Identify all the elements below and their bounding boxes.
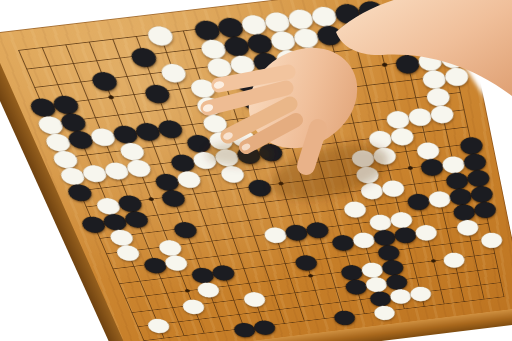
star-point (430, 259, 435, 263)
black-stone: ● (256, 141, 283, 160)
star-point (381, 62, 387, 67)
white-stone: ● (162, 252, 189, 270)
white-stone: ● (372, 303, 396, 319)
star-point (407, 166, 413, 170)
go-board: ●●●●●●●●●●●●●●●●●●●●●●●●●●●●●●●●●●●●●●●●… (0, 0, 512, 341)
black-stone: ● (88, 68, 118, 89)
white-stone: ● (302, 62, 330, 83)
white-stone: ● (380, 177, 406, 196)
photo-scene: ●●●●●●●●●●●●●●●●●●●●●●●●●●●●●●●●●●●●●●●●… (0, 0, 512, 341)
white-stone: ● (341, 198, 367, 216)
star-point (307, 274, 312, 278)
star-point (148, 197, 154, 201)
white-stone: ● (179, 297, 205, 314)
black-stone: ● (332, 308, 356, 324)
black-stone: ● (338, 19, 366, 41)
black-stone: ● (245, 176, 272, 195)
board-surface: ●●●●●●●●●●●●●●●●●●●●●●●●●●●●●●●●●●●●●●●●… (0, 0, 460, 34)
black-stone: ● (127, 44, 157, 65)
star-point (184, 289, 190, 293)
black-stone: ● (155, 117, 184, 137)
white-stone: ● (241, 289, 266, 306)
white-stone: ● (428, 102, 454, 122)
white-stone: ● (441, 250, 465, 267)
white-stone: ● (218, 163, 245, 182)
white-stone: ● (408, 284, 432, 301)
black-stone: ● (64, 181, 93, 200)
black-stone: ● (293, 252, 318, 269)
white-stone: ● (413, 222, 438, 240)
black-stone: ● (158, 187, 186, 206)
star-point (107, 95, 114, 99)
black-stone: ● (239, 88, 267, 108)
white-stone: ● (479, 230, 503, 248)
black-stone: ● (251, 317, 276, 333)
white-stone: ● (455, 217, 479, 235)
white-stone: ● (123, 156, 152, 175)
black-stone: ● (304, 219, 330, 237)
star-point (278, 181, 284, 185)
white-stone: ● (145, 316, 171, 332)
white-stone: ● (113, 242, 141, 260)
black-stone: ● (141, 81, 170, 102)
